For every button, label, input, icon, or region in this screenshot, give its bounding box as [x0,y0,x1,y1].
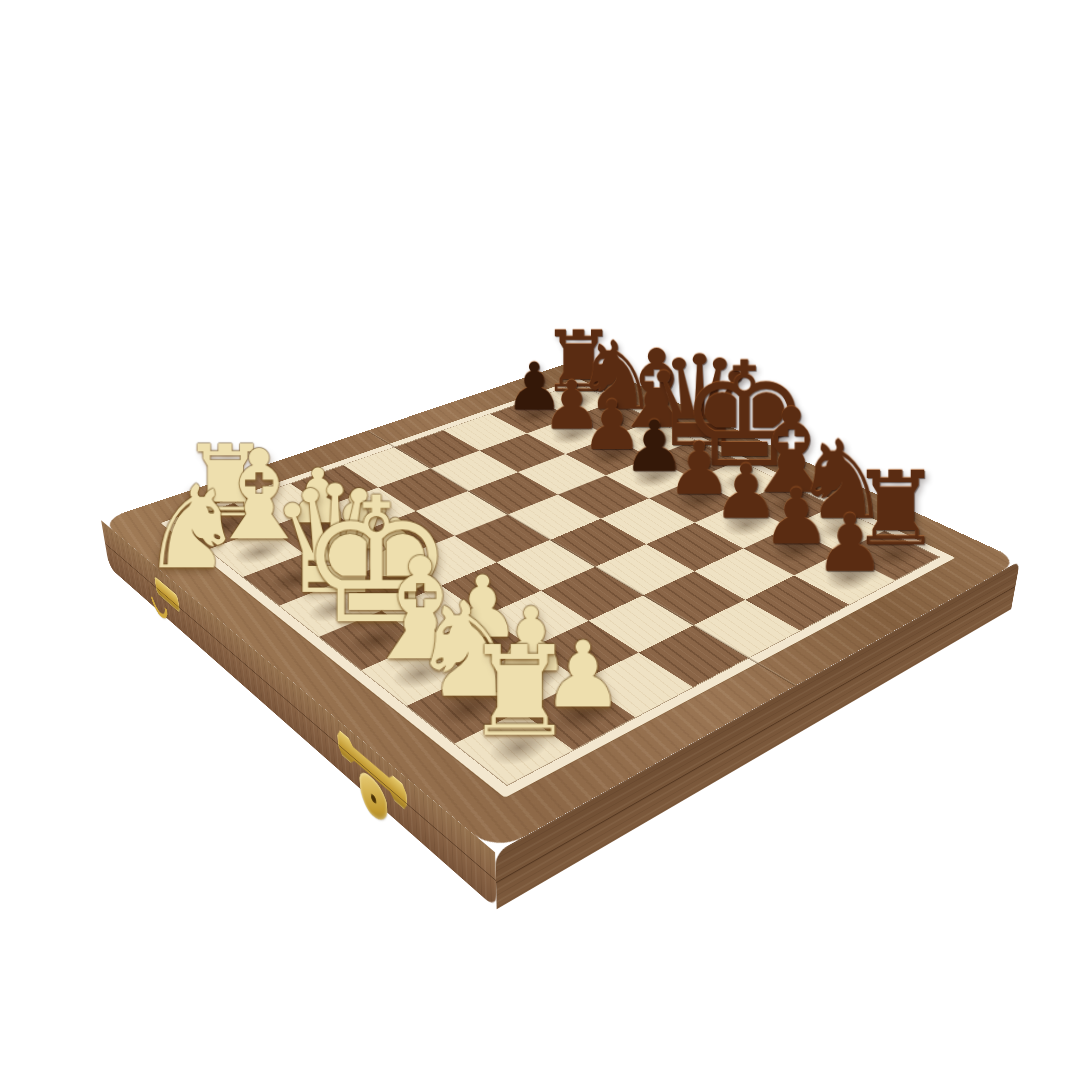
chess-box: ♜♟♜♝♟♟♞♞♟♟♝♛♟♟♛♚♟♚♝♟♟♝♞♟♟♞♜♟♟♜ [101,358,1020,852]
ornate-clasp-icon[interactable] [336,720,409,834]
piece-black-pawn-h7[interactable]: ♟ [814,504,885,584]
piece-white-rook-h1[interactable]: ♜ [463,630,574,754]
square-h1[interactable]: ♜ [455,712,573,785]
photo-scene: ♜♟♜♝♟♟♞♞♟♟♝♛♟♟♛♚♟♚♝♟♟♝♞♟♟♞♜♟♟♜ [0,0,1080,1080]
piece-white-knight-c1[interactable]: ♞ [141,470,244,585]
